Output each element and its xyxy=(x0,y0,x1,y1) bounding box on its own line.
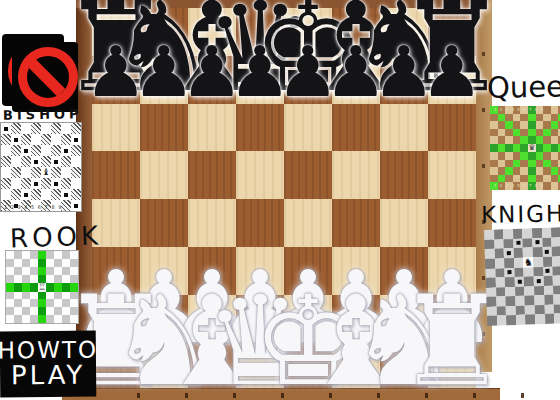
mini-square xyxy=(46,283,54,292)
mini-square xyxy=(551,237,560,247)
move-target-dot xyxy=(34,182,38,186)
mini-square xyxy=(485,268,495,278)
mini-square xyxy=(515,296,525,306)
move-target-dot xyxy=(546,269,550,273)
mini-square xyxy=(41,156,51,167)
rook-moves-diagram: ♖ xyxy=(5,250,79,324)
mini-square xyxy=(551,167,559,175)
mini-square xyxy=(543,136,551,144)
mini-square xyxy=(30,299,38,307)
mini-square xyxy=(62,283,70,292)
mini-square xyxy=(498,160,506,168)
square-b4[interactable] xyxy=(140,199,188,247)
mini-square xyxy=(46,267,54,275)
mini-square xyxy=(514,277,524,287)
mini-square xyxy=(11,178,21,189)
mini-square xyxy=(533,247,543,257)
mini-square xyxy=(14,259,22,267)
mini-square xyxy=(51,178,61,189)
mini-square xyxy=(513,160,521,168)
mini-square xyxy=(505,175,513,183)
move-target-dot xyxy=(507,251,511,255)
mini-square xyxy=(554,304,560,314)
mini-square xyxy=(503,229,513,239)
square-b5[interactable] xyxy=(140,151,188,199)
mini-square xyxy=(536,167,544,175)
mini-square xyxy=(46,259,54,267)
mini-square xyxy=(38,315,46,323)
mini-square xyxy=(490,114,498,122)
mini-square xyxy=(11,156,21,167)
mini-square xyxy=(536,152,544,160)
mini-square xyxy=(30,251,38,259)
mini-square xyxy=(54,283,62,292)
mini-square xyxy=(522,228,532,238)
mini-square xyxy=(524,277,534,287)
mini-square xyxy=(520,114,528,122)
mini-square xyxy=(41,178,51,189)
mini-square xyxy=(14,315,22,323)
mini-square xyxy=(536,136,544,144)
mini-square xyxy=(525,315,535,325)
mini-square xyxy=(505,167,513,175)
mini-square xyxy=(494,239,504,249)
mini-square xyxy=(495,268,505,278)
mini-square xyxy=(70,307,78,315)
mini-square xyxy=(505,160,513,168)
mini-square xyxy=(505,136,513,144)
mini-square xyxy=(553,285,560,295)
mini-square xyxy=(51,156,61,167)
mini-square xyxy=(6,315,14,323)
mini-square xyxy=(505,277,515,287)
mini-square xyxy=(54,307,62,315)
mini-square xyxy=(62,267,70,275)
bishop-diagram-ticks: 1 2 3 4 5 6 7 8 9 xyxy=(4,204,62,210)
mini-square xyxy=(505,129,513,137)
mini-square xyxy=(54,315,62,323)
move-target-dot xyxy=(535,240,539,244)
mini-square xyxy=(41,134,51,145)
mini-square xyxy=(14,299,22,307)
mini-square xyxy=(14,292,22,300)
mini-square xyxy=(532,228,542,238)
mini-square xyxy=(552,266,560,276)
mini-square xyxy=(543,175,551,183)
mini-square xyxy=(51,189,61,200)
move-target-dot xyxy=(74,204,78,208)
move-target-dot xyxy=(64,149,68,153)
mini-square xyxy=(543,121,551,129)
illegal-move-panel xyxy=(0,32,80,116)
mini-square xyxy=(1,189,11,200)
mini-square xyxy=(551,227,560,237)
mini-square xyxy=(6,251,14,259)
mini-square xyxy=(554,314,560,324)
mini-square xyxy=(536,175,544,183)
mini-square xyxy=(490,136,498,144)
mini-square xyxy=(71,200,81,211)
bishop-moves-diagram: ♝ xyxy=(0,122,82,212)
square-d5[interactable] xyxy=(236,151,284,199)
square-c4[interactable] xyxy=(188,199,236,247)
mini-square xyxy=(515,286,525,296)
move-target-dot xyxy=(4,127,8,131)
mini-square xyxy=(11,123,21,134)
move-target-dot xyxy=(74,138,78,142)
mini-square xyxy=(490,175,498,183)
mini-square xyxy=(38,267,46,275)
mini-square xyxy=(513,121,521,129)
mini-square xyxy=(498,152,506,160)
mini-square xyxy=(11,134,21,145)
mini-square xyxy=(487,316,497,326)
square-g4[interactable] xyxy=(380,199,428,247)
mini-square xyxy=(504,258,514,268)
square-h5[interactable] xyxy=(428,151,476,199)
mini-square xyxy=(498,136,506,144)
mini-square xyxy=(30,307,38,315)
mini-square xyxy=(6,292,14,300)
move-target-dot xyxy=(24,193,28,197)
move-target-dot xyxy=(54,182,58,186)
knight-icon: ♞ xyxy=(524,257,533,267)
mini-square xyxy=(496,297,506,307)
mini-square xyxy=(38,292,46,300)
mini-square xyxy=(520,160,528,168)
mini-square xyxy=(14,275,22,283)
mini-square xyxy=(543,182,551,190)
mini-square xyxy=(498,114,506,122)
queen-moves-diagram: ♛ xyxy=(490,106,560,190)
mini-square xyxy=(513,167,521,175)
mini-square xyxy=(542,237,552,247)
mini-square xyxy=(495,278,505,288)
mini-square xyxy=(38,259,46,267)
mini-square xyxy=(513,144,521,152)
mini-square xyxy=(513,175,521,183)
mini-square xyxy=(506,306,516,316)
mini-square xyxy=(21,145,31,156)
mini-square xyxy=(513,152,521,160)
mini-square xyxy=(505,114,513,122)
mini-square xyxy=(71,167,81,178)
mini-square xyxy=(490,167,498,175)
how-to-play-line2: PLAY xyxy=(11,362,86,390)
mini-square xyxy=(543,160,551,168)
mini-square xyxy=(520,167,528,175)
mini-square xyxy=(61,145,71,156)
move-target-dot xyxy=(14,138,18,142)
mini-square xyxy=(528,175,536,183)
knight-moves-diagram: ♞ xyxy=(484,227,560,326)
mini-square xyxy=(62,275,70,283)
mini-square xyxy=(514,257,524,267)
mini-square xyxy=(490,129,498,137)
mini-square xyxy=(534,295,544,305)
mini-square xyxy=(21,178,31,189)
mini-square xyxy=(30,259,38,267)
move-target-dot xyxy=(34,160,38,164)
mini-square xyxy=(31,167,41,178)
square-d4[interactable] xyxy=(236,199,284,247)
mini-square xyxy=(496,306,506,316)
move-target-dot xyxy=(24,149,28,153)
mini-square xyxy=(41,189,51,200)
mini-square xyxy=(71,134,81,145)
mini-square xyxy=(1,167,11,178)
mini-square xyxy=(1,123,11,134)
square-f5[interactable] xyxy=(332,151,380,199)
mini-square xyxy=(528,167,536,175)
square-g5[interactable] xyxy=(380,151,428,199)
mini-square xyxy=(54,299,62,307)
mini-square xyxy=(62,292,70,300)
mini-square xyxy=(22,315,30,323)
mini-square xyxy=(21,167,31,178)
mini-square xyxy=(528,160,536,168)
mini-square xyxy=(30,283,38,292)
mini-square xyxy=(532,238,542,248)
mini-square xyxy=(490,144,498,152)
mini-square xyxy=(1,145,11,156)
mini-square xyxy=(22,292,30,300)
mini-square xyxy=(490,121,498,129)
move-target-dot xyxy=(54,160,58,164)
mini-square xyxy=(484,239,494,249)
queen-icon: ♛ xyxy=(528,144,535,152)
mini-square xyxy=(536,160,544,168)
mini-square xyxy=(21,156,31,167)
mini-square xyxy=(62,299,70,307)
mini-square xyxy=(495,258,505,268)
mini-square xyxy=(1,156,11,167)
mini-square xyxy=(490,152,498,160)
mini-square xyxy=(6,307,14,315)
square-c5[interactable] xyxy=(188,151,236,199)
mini-square xyxy=(14,267,22,275)
mini-square xyxy=(31,178,41,189)
mini-square xyxy=(504,248,514,258)
mini-square xyxy=(505,121,513,129)
mini-square xyxy=(14,251,22,259)
mini-square xyxy=(551,144,559,152)
mini-square xyxy=(62,307,70,315)
no-sign-card-front xyxy=(12,42,78,112)
mini-square xyxy=(54,267,62,275)
mini-square xyxy=(71,123,81,134)
mini-square xyxy=(21,189,31,200)
mini-square xyxy=(21,134,31,145)
mini-square xyxy=(513,129,521,137)
mini-square xyxy=(31,189,41,200)
mini-square xyxy=(31,123,41,134)
mini-square xyxy=(551,114,559,122)
mini-square xyxy=(520,121,528,129)
mini-square xyxy=(553,276,560,286)
mini-square xyxy=(497,316,507,326)
mini-square xyxy=(61,200,71,211)
mini-square xyxy=(46,307,54,315)
mini-square xyxy=(61,134,71,145)
mini-square xyxy=(504,239,514,249)
mini-square xyxy=(536,114,544,122)
square-a5[interactable] xyxy=(92,151,140,199)
how-to-play-button[interactable]: HOWTO PLAY xyxy=(0,331,96,398)
mini-square xyxy=(544,285,554,295)
mini-square xyxy=(61,167,71,178)
rook-icon: ♖ xyxy=(38,283,46,292)
mini-square xyxy=(71,178,81,189)
mini-square xyxy=(46,275,54,283)
square-e4[interactable] xyxy=(284,199,332,247)
mini-square xyxy=(11,189,21,200)
mini-square xyxy=(542,247,552,257)
mini-square xyxy=(498,144,506,152)
knight-panel-label: KNIGHT xyxy=(481,200,560,228)
mini-square xyxy=(51,123,61,134)
mini-square xyxy=(490,160,498,168)
mini-square xyxy=(70,299,78,307)
mini-square xyxy=(486,278,496,288)
mini-square xyxy=(551,121,559,129)
square-f4[interactable] xyxy=(332,199,380,247)
mini-square xyxy=(486,287,496,297)
mini-square xyxy=(486,297,496,307)
mini-square xyxy=(61,123,71,134)
mini-square xyxy=(484,230,494,240)
mini-square xyxy=(528,121,536,129)
mini-square xyxy=(514,267,524,277)
mini-square xyxy=(552,256,560,266)
mini-square: ♝ xyxy=(41,167,51,178)
mini-square xyxy=(513,248,523,258)
mini-square xyxy=(543,167,551,175)
queen-diagram-ticks-top: 1 2 3 4 5 6 7 8 9 xyxy=(494,107,544,112)
mini-square xyxy=(70,275,78,283)
mini-square xyxy=(525,305,535,315)
mini-square xyxy=(524,286,534,296)
mini-square xyxy=(70,283,78,292)
mini-square xyxy=(551,160,559,168)
mini-square xyxy=(70,315,78,323)
mini-square xyxy=(54,251,62,259)
mini-square xyxy=(494,229,504,239)
mini-square xyxy=(62,315,70,323)
mini-square xyxy=(552,246,560,256)
mini-square xyxy=(46,315,54,323)
mini-square xyxy=(551,182,559,190)
square-h4[interactable] xyxy=(428,199,476,247)
mini-square xyxy=(505,152,513,160)
move-target-dot xyxy=(545,250,549,254)
mini-square xyxy=(22,299,30,307)
mini-square xyxy=(71,145,81,156)
mini-square xyxy=(498,121,506,129)
square-e5[interactable] xyxy=(284,151,332,199)
mini-square xyxy=(54,275,62,283)
move-target-dot xyxy=(64,193,68,197)
mini-square xyxy=(70,251,78,259)
mini-square xyxy=(496,287,506,297)
mini-square xyxy=(38,299,46,307)
mini-square xyxy=(46,299,54,307)
mini-square xyxy=(30,315,38,323)
mini-square xyxy=(6,267,14,275)
mini-square xyxy=(543,106,551,114)
mini-square xyxy=(535,314,545,324)
mini-square xyxy=(520,129,528,137)
mini-square xyxy=(22,307,30,315)
mini-square xyxy=(38,307,46,315)
mini-square xyxy=(498,167,506,175)
mini-square xyxy=(487,306,497,316)
mini-square xyxy=(536,121,544,129)
mini-square xyxy=(505,144,513,152)
piece-black-pawn-h7[interactable]: ♟ xyxy=(421,37,484,107)
move-target-dot xyxy=(516,241,520,245)
mini-square xyxy=(543,152,551,160)
mini-square xyxy=(520,152,528,160)
mini-square xyxy=(22,267,30,275)
mini-square xyxy=(62,251,70,259)
mini-square xyxy=(525,296,535,306)
mini-square xyxy=(513,114,521,122)
mini-square xyxy=(51,145,61,156)
mini-square xyxy=(46,251,54,259)
mini-square xyxy=(51,167,61,178)
mini-square xyxy=(61,189,71,200)
mini-square xyxy=(6,299,14,307)
mini-square xyxy=(528,152,536,160)
mini-square: ♖ xyxy=(38,283,46,292)
mini-square xyxy=(22,283,30,292)
mini-square xyxy=(41,123,51,134)
mini-square xyxy=(6,275,14,283)
mini-square xyxy=(551,152,559,160)
mini-square xyxy=(551,106,559,114)
how-to-play-line1: HOWTO xyxy=(0,338,98,363)
mini-square xyxy=(513,238,523,248)
mini-square xyxy=(528,129,536,137)
mini-square xyxy=(21,123,31,134)
mini-square xyxy=(545,314,555,324)
mini-square xyxy=(70,259,78,267)
mini-square xyxy=(498,175,506,183)
mini-square xyxy=(543,276,553,286)
mini-square xyxy=(22,251,30,259)
mini-square xyxy=(54,292,62,300)
mini-square xyxy=(516,315,526,325)
mini-square xyxy=(31,134,41,145)
mini-square xyxy=(46,292,54,300)
mini-square xyxy=(51,134,61,145)
mini-square xyxy=(536,129,544,137)
mini-square xyxy=(520,136,528,144)
mini-square xyxy=(6,283,14,292)
move-target-dot xyxy=(507,271,511,275)
mini-square xyxy=(544,295,554,305)
no-icon xyxy=(18,47,78,107)
mini-square xyxy=(523,238,533,248)
mini-square xyxy=(536,144,544,152)
mini-square xyxy=(506,315,516,325)
mini-square xyxy=(41,145,51,156)
mini-square xyxy=(520,175,528,183)
mini-square xyxy=(505,268,515,278)
mini-square xyxy=(528,114,536,122)
mini-square xyxy=(11,145,21,156)
